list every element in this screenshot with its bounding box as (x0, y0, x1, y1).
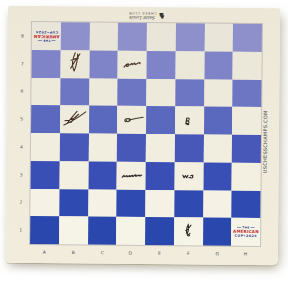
file-label: H (238, 251, 252, 256)
square-a5[interactable] (31, 105, 60, 133)
square-c3[interactable] (88, 161, 117, 189)
square-b5[interactable] (60, 106, 89, 134)
square-d1[interactable] (116, 217, 145, 245)
file-label: G (210, 251, 224, 256)
square-f1[interactable] (174, 218, 203, 246)
file-label: D (123, 250, 137, 255)
square-b6[interactable] (60, 78, 89, 106)
square-a1[interactable] (30, 216, 59, 244)
square-h7[interactable] (233, 52, 262, 80)
square-b4[interactable] (60, 133, 89, 161)
square-e7[interactable] (146, 51, 175, 79)
rank-label: 5 (18, 117, 26, 122)
square-g7[interactable] (204, 51, 233, 79)
square-a7[interactable] (32, 50, 61, 78)
square-h5[interactable] (232, 107, 261, 135)
square-g3[interactable] (203, 162, 232, 190)
square-a3[interactable] (31, 161, 60, 189)
square-g2[interactable] (203, 190, 232, 218)
square-d4[interactable] (117, 134, 146, 162)
uschesschamps-url: USCHESSCHAMPS.COM (259, 106, 272, 178)
square-h3[interactable] (232, 163, 261, 191)
square-a2[interactable] (30, 189, 59, 217)
rank-label: 2 (17, 200, 25, 205)
square-c7[interactable] (89, 50, 118, 78)
square-h1[interactable] (231, 218, 260, 246)
square-d3[interactable] (117, 162, 146, 190)
square-e8[interactable] (147, 23, 176, 51)
rank-label: 1 (17, 228, 25, 233)
square-a4[interactable] (31, 133, 60, 161)
square-f6[interactable] (175, 79, 204, 107)
square-f5[interactable] (175, 107, 204, 135)
square-c1[interactable] (88, 217, 117, 245)
square-d2[interactable] (117, 189, 146, 217)
rank-label: 3 (17, 172, 25, 177)
square-b2[interactable] (59, 189, 88, 217)
rank-label: 7 (18, 61, 26, 66)
square-f3[interactable] (174, 162, 203, 190)
square-g1[interactable] (203, 218, 232, 246)
knight-icon: ♞ (158, 11, 166, 20)
square-b8[interactable] (60, 22, 89, 50)
square-f8[interactable] (175, 23, 204, 51)
file-label: A (37, 249, 51, 254)
square-b1[interactable] (59, 217, 88, 245)
square-e4[interactable] (146, 134, 175, 162)
square-g8[interactable] (204, 24, 233, 52)
file-label: E (152, 250, 166, 255)
square-d7[interactable] (118, 51, 147, 79)
square-h4[interactable] (232, 135, 261, 163)
square-c4[interactable] (88, 134, 117, 162)
rank-label: 6 (18, 89, 26, 94)
uschesschamps-url-text: USCHESSCHAMPS.COM (262, 111, 268, 174)
square-c6[interactable] (89, 78, 118, 106)
square-f4[interactable] (175, 134, 204, 162)
square-d5[interactable] (117, 106, 146, 134)
board-mat: ♞ Saint Louis CHESS CLUB 87654321 THE AM… (6, 6, 280, 265)
square-c5[interactable] (89, 106, 118, 134)
square-e2[interactable] (145, 190, 174, 218)
board-grid (30, 22, 262, 246)
file-label: B (66, 249, 80, 254)
square-d8[interactable] (118, 23, 147, 51)
square-e5[interactable] (146, 106, 175, 134)
rank-label: 8 (19, 33, 27, 38)
square-b3[interactable] (59, 161, 88, 189)
rank-label: 4 (18, 144, 26, 149)
square-h6[interactable] (233, 79, 262, 107)
square-e1[interactable] (145, 217, 174, 245)
photo-of-signed-chess-board: { "game": "chess", "position": { "fen": … (0, 0, 288, 300)
slcc-logo-script-text: Saint Louis (130, 15, 156, 20)
square-h2[interactable] (232, 190, 261, 218)
square-h8[interactable] (233, 24, 262, 52)
square-g5[interactable] (204, 107, 233, 135)
file-label: F (181, 250, 195, 255)
square-b7[interactable] (60, 50, 89, 78)
file-label: C (95, 250, 109, 255)
square-e6[interactable] (146, 79, 175, 107)
square-f2[interactable] (174, 190, 203, 218)
board-area: THE AMERICAN CUP•2024 THE AMERICAN CUP•2… (30, 22, 262, 246)
square-f7[interactable] (175, 51, 204, 79)
square-d6[interactable] (118, 78, 147, 106)
square-g4[interactable] (203, 135, 232, 163)
square-c2[interactable] (88, 189, 117, 217)
saint-louis-chess-club-logo: ♞ Saint Louis CHESS CLUB (102, 8, 192, 24)
slcc-logo-caps-text: CHESS CLUB (129, 11, 157, 15)
square-e3[interactable] (146, 162, 175, 190)
file-labels: ABCDEFGH (30, 245, 260, 260)
square-a6[interactable] (31, 78, 60, 106)
square-g6[interactable] (204, 79, 233, 107)
square-c8[interactable] (89, 23, 118, 51)
rank-labels: 87654321 (13, 22, 30, 244)
square-a8[interactable] (32, 22, 61, 50)
